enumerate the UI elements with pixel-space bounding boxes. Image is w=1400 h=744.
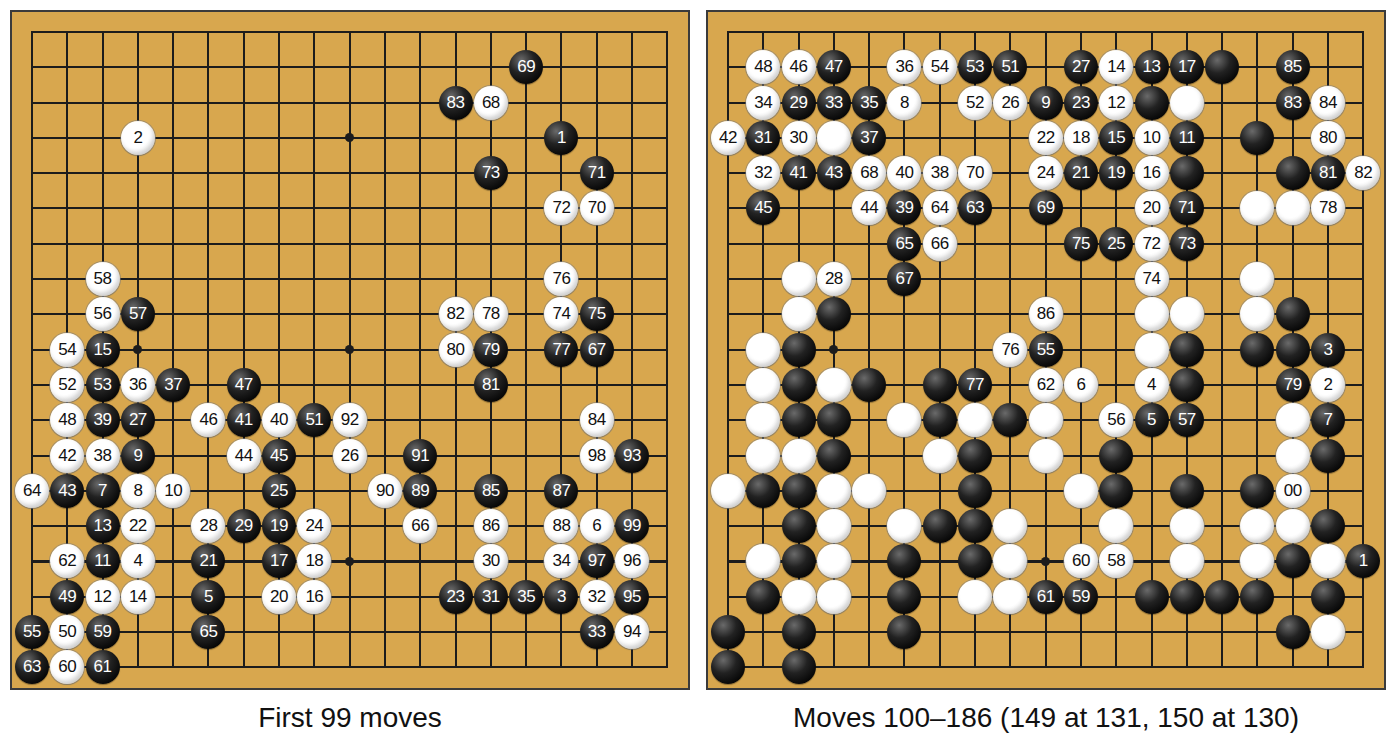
black-stone-19: 19 bbox=[262, 509, 296, 543]
white-stone-84: 84 bbox=[1311, 86, 1345, 120]
black-stone-69: 69 bbox=[1029, 191, 1063, 225]
black-stone bbox=[1170, 156, 1204, 190]
black-stone-9: 9 bbox=[1029, 86, 1063, 120]
black-stone bbox=[1240, 580, 1274, 614]
black-stone-11: 11 bbox=[1170, 121, 1204, 155]
black-stone bbox=[782, 650, 816, 684]
white-stone bbox=[782, 262, 816, 296]
black-stone bbox=[782, 615, 816, 649]
black-stone-9: 9 bbox=[121, 439, 155, 473]
black-stone-95: 95 bbox=[615, 580, 649, 614]
white-stone-74: 74 bbox=[1135, 262, 1169, 296]
white-stone-98: 98 bbox=[580, 439, 614, 473]
caption-2: Moves 100–186 (149 at 131, 150 at 130) bbox=[706, 702, 1386, 734]
white-stone bbox=[782, 297, 816, 331]
black-stone bbox=[782, 368, 816, 402]
black-stone-79: 79 bbox=[1276, 368, 1310, 402]
black-stone-39: 39 bbox=[887, 191, 921, 225]
black-stone bbox=[958, 474, 992, 508]
black-stone bbox=[1311, 580, 1345, 614]
black-stone-77: 77 bbox=[544, 333, 578, 367]
black-stone bbox=[1240, 333, 1274, 367]
black-stone bbox=[1135, 580, 1169, 614]
black-stone-5: 5 bbox=[1135, 403, 1169, 437]
white-stone bbox=[1170, 297, 1204, 331]
black-stone-19: 19 bbox=[1099, 156, 1133, 190]
caption-1: First 99 moves bbox=[10, 702, 690, 734]
black-stone-11: 11 bbox=[86, 544, 120, 578]
white-stone-40: 40 bbox=[887, 156, 921, 190]
white-stone bbox=[1240, 191, 1274, 225]
black-stone-33: 33 bbox=[817, 86, 851, 120]
white-stone-58: 58 bbox=[1099, 544, 1133, 578]
black-stone-59: 59 bbox=[1064, 580, 1098, 614]
black-stone bbox=[782, 474, 816, 508]
black-stone bbox=[1311, 439, 1345, 473]
black-stone bbox=[887, 544, 921, 578]
white-stone-42: 42 bbox=[711, 121, 745, 155]
white-stone-70: 70 bbox=[958, 156, 992, 190]
star-point bbox=[345, 345, 354, 354]
white-stone-88: 88 bbox=[544, 509, 578, 543]
white-stone-44: 44 bbox=[852, 191, 886, 225]
white-stone-30: 30 bbox=[474, 544, 508, 578]
white-stone bbox=[1240, 297, 1274, 331]
white-stone bbox=[817, 580, 851, 614]
white-stone-4: 4 bbox=[1135, 368, 1169, 402]
white-stone-72: 72 bbox=[1135, 227, 1169, 261]
white-stone bbox=[746, 403, 780, 437]
black-stone bbox=[817, 403, 851, 437]
black-stone-53: 53 bbox=[958, 50, 992, 84]
white-stone-60: 60 bbox=[50, 650, 84, 684]
white-stone-82: 82 bbox=[1346, 156, 1380, 190]
black-stone bbox=[923, 403, 957, 437]
white-stone-26: 26 bbox=[333, 439, 367, 473]
go-board-1: 6983682173717270587656578278747554158079… bbox=[10, 10, 690, 690]
white-stone-42: 42 bbox=[50, 439, 84, 473]
white-stone-6: 6 bbox=[1064, 368, 1098, 402]
diagram-moves-100-186: 4846473654535127141317853429333585226923… bbox=[706, 10, 1386, 734]
black-stone bbox=[1205, 50, 1239, 84]
star-point bbox=[829, 345, 838, 354]
black-stone-23: 23 bbox=[1064, 86, 1098, 120]
black-stone-33: 33 bbox=[580, 615, 614, 649]
white-stone bbox=[1240, 262, 1274, 296]
black-stone bbox=[1240, 474, 1274, 508]
white-stone-8: 8 bbox=[121, 474, 155, 508]
white-stone-56: 56 bbox=[1099, 403, 1133, 437]
black-stone bbox=[923, 368, 957, 402]
white-stone bbox=[711, 474, 745, 508]
black-stone-25: 25 bbox=[262, 474, 296, 508]
black-stone bbox=[782, 333, 816, 367]
black-stone-43: 43 bbox=[817, 156, 851, 190]
white-stone-54: 54 bbox=[923, 50, 957, 84]
white-stone-68: 68 bbox=[474, 86, 508, 120]
white-stone bbox=[1276, 191, 1310, 225]
black-stone bbox=[887, 580, 921, 614]
black-stone-47: 47 bbox=[817, 50, 851, 84]
white-stone-48: 48 bbox=[50, 403, 84, 437]
black-stone bbox=[1205, 580, 1239, 614]
white-stone-82: 82 bbox=[439, 297, 473, 331]
white-stone bbox=[817, 121, 851, 155]
black-stone-3: 3 bbox=[544, 580, 578, 614]
black-stone bbox=[711, 615, 745, 649]
black-stone bbox=[782, 544, 816, 578]
white-stone-8: 8 bbox=[887, 86, 921, 120]
black-stone-61: 61 bbox=[86, 650, 120, 684]
white-stone-12: 12 bbox=[1099, 86, 1133, 120]
white-stone bbox=[887, 403, 921, 437]
black-stone-97: 97 bbox=[580, 544, 614, 578]
black-stone bbox=[958, 544, 992, 578]
white-stone bbox=[782, 439, 816, 473]
white-stone-18: 18 bbox=[297, 544, 331, 578]
white-stone-16: 16 bbox=[1135, 156, 1169, 190]
black-stone-15: 15 bbox=[1099, 121, 1133, 155]
white-stone-48: 48 bbox=[746, 50, 780, 84]
black-stone bbox=[1276, 333, 1310, 367]
black-stone-7: 7 bbox=[86, 474, 120, 508]
white-stone-38: 38 bbox=[923, 156, 957, 190]
black-stone bbox=[1170, 474, 1204, 508]
white-stone bbox=[1170, 86, 1204, 120]
black-stone-93: 93 bbox=[615, 439, 649, 473]
white-stone-96: 96 bbox=[615, 544, 649, 578]
white-stone bbox=[1240, 544, 1274, 578]
white-stone-36: 36 bbox=[121, 368, 155, 402]
white-stone-22: 22 bbox=[1029, 121, 1063, 155]
white-stone bbox=[1170, 544, 1204, 578]
white-stone-16: 16 bbox=[297, 580, 331, 614]
black-stone bbox=[1240, 121, 1274, 155]
black-stone bbox=[1311, 509, 1345, 543]
white-stone bbox=[782, 580, 816, 614]
black-stone-89: 89 bbox=[403, 474, 437, 508]
black-stone-1: 1 bbox=[1346, 544, 1380, 578]
white-stone-2: 2 bbox=[121, 121, 155, 155]
white-stone bbox=[993, 544, 1027, 578]
black-stone-37: 37 bbox=[852, 121, 886, 155]
white-stone-30: 30 bbox=[782, 121, 816, 155]
black-stone-13: 13 bbox=[86, 509, 120, 543]
white-stone-66: 66 bbox=[923, 227, 957, 261]
white-stone bbox=[958, 403, 992, 437]
white-stone bbox=[1029, 403, 1063, 437]
black-stone-83: 83 bbox=[1276, 86, 1310, 120]
white-stone-58: 58 bbox=[86, 262, 120, 296]
black-stone-3: 3 bbox=[1311, 333, 1345, 367]
white-stone-62: 62 bbox=[50, 544, 84, 578]
black-stone-39: 39 bbox=[86, 403, 120, 437]
black-stone bbox=[1170, 368, 1204, 402]
black-stone-27: 27 bbox=[121, 403, 155, 437]
black-stone bbox=[852, 368, 886, 402]
black-stone-31: 31 bbox=[746, 121, 780, 155]
star-point bbox=[133, 345, 142, 354]
black-stone bbox=[1276, 544, 1310, 578]
black-stone-45: 45 bbox=[746, 191, 780, 225]
white-stone bbox=[1099, 509, 1133, 543]
white-stone-68: 68 bbox=[852, 156, 886, 190]
white-stone-22: 22 bbox=[121, 509, 155, 543]
black-stone-35: 35 bbox=[509, 580, 543, 614]
white-stone-80: 80 bbox=[439, 333, 473, 367]
white-stone bbox=[746, 439, 780, 473]
black-stone-43: 43 bbox=[50, 474, 84, 508]
white-stone-32: 32 bbox=[580, 580, 614, 614]
black-stone bbox=[711, 650, 745, 684]
board-grid: 6983682173717270587656578278747554158079… bbox=[14, 14, 685, 685]
white-stone bbox=[887, 509, 921, 543]
black-stone-85: 85 bbox=[1276, 50, 1310, 84]
white-stone bbox=[817, 509, 851, 543]
black-stone bbox=[958, 509, 992, 543]
white-stone-10: 10 bbox=[156, 474, 190, 508]
black-stone-87: 87 bbox=[544, 474, 578, 508]
black-stone-21: 21 bbox=[1064, 156, 1098, 190]
black-stone-51: 51 bbox=[993, 50, 1027, 84]
black-stone-73: 73 bbox=[474, 156, 508, 190]
white-stone-66: 66 bbox=[403, 509, 437, 543]
black-stone-71: 71 bbox=[580, 156, 614, 190]
white-stone bbox=[1135, 333, 1169, 367]
black-stone-71: 71 bbox=[1170, 191, 1204, 225]
star-point bbox=[1041, 557, 1050, 566]
white-stone-62: 62 bbox=[1029, 368, 1063, 402]
black-stone-21: 21 bbox=[191, 544, 225, 578]
white-stone-24: 24 bbox=[297, 509, 331, 543]
white-stone-76: 76 bbox=[544, 262, 578, 296]
white-stone bbox=[746, 333, 780, 367]
white-stone-38: 38 bbox=[86, 439, 120, 473]
black-stone-67: 67 bbox=[580, 333, 614, 367]
diagram-first-99-moves: 6983682173717270587656578278747554158079… bbox=[10, 10, 690, 734]
black-stone-45: 45 bbox=[262, 439, 296, 473]
black-stone bbox=[1170, 333, 1204, 367]
black-stone-83: 83 bbox=[439, 86, 473, 120]
white-stone bbox=[817, 544, 851, 578]
black-stone-75: 75 bbox=[580, 297, 614, 331]
white-stone-20: 20 bbox=[1135, 191, 1169, 225]
white-stone bbox=[1170, 509, 1204, 543]
black-stone bbox=[1099, 474, 1133, 508]
black-stone bbox=[1276, 156, 1310, 190]
black-stone bbox=[923, 509, 957, 543]
white-stone-50: 50 bbox=[50, 615, 84, 649]
black-stone-67: 67 bbox=[887, 262, 921, 296]
white-stone-92: 92 bbox=[333, 403, 367, 437]
black-stone bbox=[782, 403, 816, 437]
white-stone-34: 34 bbox=[746, 86, 780, 120]
white-stone-00: 00 bbox=[1276, 474, 1310, 508]
white-stone-52: 52 bbox=[958, 86, 992, 120]
white-stone bbox=[1276, 403, 1310, 437]
black-stone bbox=[958, 439, 992, 473]
black-stone-51: 51 bbox=[297, 403, 331, 437]
black-stone-29: 29 bbox=[782, 86, 816, 120]
black-stone-55: 55 bbox=[15, 615, 49, 649]
white-stone bbox=[1276, 509, 1310, 543]
black-stone-85: 85 bbox=[474, 474, 508, 508]
black-stone-7: 7 bbox=[1311, 403, 1345, 437]
white-stone bbox=[1311, 615, 1345, 649]
black-stone bbox=[1276, 297, 1310, 331]
black-stone bbox=[1276, 615, 1310, 649]
black-stone-81: 81 bbox=[474, 368, 508, 402]
white-stone bbox=[1135, 297, 1169, 331]
white-stone-84: 84 bbox=[580, 403, 614, 437]
black-stone-47: 47 bbox=[227, 368, 261, 402]
white-stone-52: 52 bbox=[50, 368, 84, 402]
black-stone-57: 57 bbox=[121, 297, 155, 331]
white-stone-44: 44 bbox=[227, 439, 261, 473]
white-stone-34: 34 bbox=[544, 544, 578, 578]
white-stone-20: 20 bbox=[262, 580, 296, 614]
white-stone bbox=[993, 580, 1027, 614]
white-stone-64: 64 bbox=[923, 191, 957, 225]
black-stone-37: 37 bbox=[156, 368, 190, 402]
black-stone bbox=[746, 474, 780, 508]
black-stone-57: 57 bbox=[1170, 403, 1204, 437]
white-stone-78: 78 bbox=[1311, 191, 1345, 225]
black-stone bbox=[817, 297, 851, 331]
black-stone bbox=[887, 615, 921, 649]
white-stone-12: 12 bbox=[86, 580, 120, 614]
black-stone-31: 31 bbox=[474, 580, 508, 614]
white-stone-76: 76 bbox=[993, 333, 1027, 367]
black-stone bbox=[1170, 580, 1204, 614]
white-stone bbox=[958, 580, 992, 614]
white-stone bbox=[852, 474, 886, 508]
board-grid: 4846473654535127141317853429333585226923… bbox=[710, 14, 1381, 685]
white-stone-80: 80 bbox=[1311, 121, 1345, 155]
white-stone bbox=[1276, 439, 1310, 473]
black-stone-91: 91 bbox=[403, 439, 437, 473]
white-stone-18: 18 bbox=[1064, 121, 1098, 155]
black-stone-55: 55 bbox=[1029, 333, 1063, 367]
black-stone bbox=[1099, 439, 1133, 473]
black-stone bbox=[993, 403, 1027, 437]
white-stone-46: 46 bbox=[191, 403, 225, 437]
white-stone-36: 36 bbox=[887, 50, 921, 84]
white-stone-60: 60 bbox=[1064, 544, 1098, 578]
black-stone-15: 15 bbox=[86, 333, 120, 367]
black-stone-35: 35 bbox=[852, 86, 886, 120]
white-stone bbox=[1029, 439, 1063, 473]
black-stone-41: 41 bbox=[782, 156, 816, 190]
black-stone-25: 25 bbox=[1099, 227, 1133, 261]
black-stone-77: 77 bbox=[958, 368, 992, 402]
white-stone-2: 2 bbox=[1311, 368, 1345, 402]
white-stone-24: 24 bbox=[1029, 156, 1063, 190]
black-stone-29: 29 bbox=[227, 509, 261, 543]
white-stone bbox=[817, 474, 851, 508]
white-stone-4: 4 bbox=[121, 544, 155, 578]
white-stone bbox=[993, 509, 1027, 543]
white-stone-86: 86 bbox=[474, 509, 508, 543]
white-stone-46: 46 bbox=[782, 50, 816, 84]
black-stone bbox=[782, 509, 816, 543]
white-stone-28: 28 bbox=[817, 262, 851, 296]
star-point bbox=[345, 557, 354, 566]
black-stone bbox=[746, 580, 780, 614]
black-stone-49: 49 bbox=[50, 580, 84, 614]
black-stone-63: 63 bbox=[15, 650, 49, 684]
go-board-2: 4846473654535127141317853429333585226923… bbox=[706, 10, 1386, 690]
white-stone-72: 72 bbox=[544, 191, 578, 225]
black-stone-73: 73 bbox=[1170, 227, 1204, 261]
black-stone-23: 23 bbox=[439, 580, 473, 614]
black-stone-13: 13 bbox=[1135, 50, 1169, 84]
white-stone bbox=[746, 368, 780, 402]
black-stone-69: 69 bbox=[509, 50, 543, 84]
black-stone-99: 99 bbox=[615, 509, 649, 543]
white-stone-10: 10 bbox=[1135, 121, 1169, 155]
black-stone-65: 65 bbox=[887, 227, 921, 261]
white-stone-64: 64 bbox=[15, 474, 49, 508]
white-stone-56: 56 bbox=[86, 297, 120, 331]
black-stone-27: 27 bbox=[1064, 50, 1098, 84]
white-stone-74: 74 bbox=[544, 297, 578, 331]
white-stone-14: 14 bbox=[121, 580, 155, 614]
white-stone-90: 90 bbox=[368, 474, 402, 508]
black-stone-53: 53 bbox=[86, 368, 120, 402]
black-stone-81: 81 bbox=[1311, 156, 1345, 190]
go-game-figure: 6983682173717270587656578278747554158079… bbox=[0, 0, 1400, 744]
white-stone-70: 70 bbox=[580, 191, 614, 225]
white-stone bbox=[1064, 474, 1098, 508]
white-stone-26: 26 bbox=[993, 86, 1027, 120]
black-stone-59: 59 bbox=[86, 615, 120, 649]
white-stone-28: 28 bbox=[191, 509, 225, 543]
white-stone-78: 78 bbox=[474, 297, 508, 331]
white-stone bbox=[1311, 544, 1345, 578]
white-stone bbox=[923, 439, 957, 473]
black-stone-5: 5 bbox=[191, 580, 225, 614]
black-stone-79: 79 bbox=[474, 333, 508, 367]
white-stone-40: 40 bbox=[262, 403, 296, 437]
black-stone-61: 61 bbox=[1029, 580, 1063, 614]
black-stone-65: 65 bbox=[191, 615, 225, 649]
black-stone-75: 75 bbox=[1064, 227, 1098, 261]
white-stone-94: 94 bbox=[615, 615, 649, 649]
black-stone-17: 17 bbox=[262, 544, 296, 578]
white-stone bbox=[1240, 509, 1274, 543]
black-stone bbox=[817, 439, 851, 473]
black-stone bbox=[1135, 86, 1169, 120]
black-stone-41: 41 bbox=[227, 403, 261, 437]
white-stone-32: 32 bbox=[746, 156, 780, 190]
black-stone-1: 1 bbox=[544, 121, 578, 155]
white-stone bbox=[746, 544, 780, 578]
white-stone-54: 54 bbox=[50, 333, 84, 367]
black-stone-17: 17 bbox=[1170, 50, 1204, 84]
white-stone-14: 14 bbox=[1099, 50, 1133, 84]
white-stone-6: 6 bbox=[580, 509, 614, 543]
star-point bbox=[345, 133, 354, 142]
white-stone-86: 86 bbox=[1029, 297, 1063, 331]
black-stone-63: 63 bbox=[958, 191, 992, 225]
white-stone bbox=[817, 368, 851, 402]
